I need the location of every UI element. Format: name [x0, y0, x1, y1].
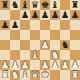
white-knight[interactable]: ♞ [51, 50, 60, 60]
square-d6[interactable] [30, 20, 40, 30]
black-pawn[interactable]: ♟ [41, 10, 50, 20]
white-pawn[interactable]: ♟ [11, 60, 20, 70]
white-rook[interactable]: ♜ [71, 70, 80, 80]
black-rook[interactable]: ♜ [71, 0, 80, 10]
black-rook[interactable]: ♜ [1, 0, 10, 10]
white-king[interactable]: ♚ [41, 70, 50, 80]
square-g4[interactable]: ♞ [60, 40, 70, 50]
square-d5[interactable] [30, 30, 40, 40]
black-pawn[interactable]: ♟ [71, 10, 80, 20]
black-knight[interactable]: ♞ [61, 40, 70, 50]
square-e5[interactable] [40, 30, 50, 40]
square-e8[interactable]: ♚ [40, 0, 50, 10]
black-pawn[interactable]: ♟ [61, 10, 70, 20]
square-b3[interactable] [10, 50, 20, 60]
white-bishop[interactable]: ♝ [21, 70, 30, 80]
square-b6[interactable]: ♟ [10, 20, 20, 30]
square-f3[interactable]: ♞ [50, 50, 60, 60]
square-d8[interactable]: ♛ [30, 0, 40, 10]
square-b8[interactable]: ♞ [10, 0, 20, 10]
square-f1[interactable] [50, 70, 60, 80]
square-c7[interactable]: ♟ [20, 10, 30, 20]
square-h8[interactable]: ♜ [70, 0, 80, 10]
black-bishop[interactable]: ♝ [51, 0, 60, 10]
square-c5[interactable] [20, 30, 30, 40]
square-g1[interactable] [60, 70, 70, 80]
square-b2[interactable]: ♟ [10, 60, 20, 70]
square-e7[interactable]: ♟ [40, 10, 50, 20]
square-g6[interactable] [60, 20, 70, 30]
square-f8[interactable]: ♝ [50, 0, 60, 10]
white-queen[interactable]: ♛ [31, 70, 40, 80]
white-pawn[interactable]: ♟ [1, 60, 10, 70]
black-pawn[interactable]: ♟ [31, 10, 40, 20]
square-c2[interactable]: ♟ [20, 60, 30, 70]
square-g5[interactable] [60, 30, 70, 40]
square-b1[interactable]: ♞ [10, 70, 20, 80]
black-queen[interactable]: ♛ [31, 0, 40, 10]
black-bishop[interactable]: ♝ [21, 0, 30, 10]
white-pawn[interactable]: ♟ [51, 60, 60, 70]
black-pawn[interactable]: ♟ [51, 10, 60, 20]
black-pawn[interactable]: ♟ [11, 20, 20, 30]
square-d2[interactable] [30, 60, 40, 70]
square-f6[interactable] [50, 20, 60, 30]
square-a2[interactable]: ♟ [0, 60, 10, 70]
square-h2[interactable]: ♟ [70, 60, 80, 70]
square-a4[interactable] [0, 40, 10, 50]
square-a7[interactable] [0, 10, 10, 20]
square-e4[interactable]: ♟ [40, 40, 50, 50]
square-f5[interactable] [50, 30, 60, 40]
square-f4[interactable] [50, 40, 60, 50]
chess-board: ♜♞♝♛♚♝♜♟♟♟♟♟♟♟♟♟♞♝♞♟♟♟♟♟♟♟♜♞♝♛♚♜ [0, 0, 80, 80]
black-knight[interactable]: ♞ [11, 0, 20, 10]
square-c6[interactable] [20, 20, 30, 30]
square-c8[interactable]: ♝ [20, 0, 30, 10]
square-c3[interactable] [20, 50, 30, 60]
square-d3[interactable]: ♝ [30, 50, 40, 60]
square-g3[interactable] [60, 50, 70, 60]
square-a3[interactable] [0, 50, 10, 60]
square-b4[interactable] [10, 40, 20, 50]
square-b5[interactable] [10, 30, 20, 40]
square-g7[interactable]: ♟ [60, 10, 70, 20]
black-king[interactable]: ♚ [41, 0, 50, 10]
square-e2[interactable]: ♟ [40, 60, 50, 70]
square-f7[interactable]: ♟ [50, 10, 60, 20]
white-pawn[interactable]: ♟ [21, 60, 30, 70]
square-a5[interactable] [0, 30, 10, 40]
square-b7[interactable] [10, 10, 20, 20]
square-h7[interactable]: ♟ [70, 10, 80, 20]
square-a8[interactable]: ♜ [0, 0, 10, 10]
square-h4[interactable] [70, 40, 80, 50]
white-rook[interactable]: ♜ [1, 70, 10, 80]
white-knight[interactable]: ♞ [11, 70, 20, 80]
square-f2[interactable]: ♟ [50, 60, 60, 70]
white-pawn[interactable]: ♟ [41, 60, 50, 70]
black-pawn[interactable]: ♟ [1, 20, 10, 30]
white-bishop[interactable]: ♝ [31, 50, 40, 60]
square-g8[interactable] [60, 0, 70, 10]
square-e6[interactable] [40, 20, 50, 30]
square-c4[interactable] [20, 40, 30, 50]
square-d4[interactable] [30, 40, 40, 50]
square-h5[interactable] [70, 30, 80, 40]
square-h3[interactable] [70, 50, 80, 60]
white-pawn[interactable]: ♟ [41, 40, 50, 50]
square-e1[interactable]: ♚ [40, 70, 50, 80]
square-c1[interactable]: ♝ [20, 70, 30, 80]
square-h6[interactable] [70, 20, 80, 30]
white-pawn[interactable]: ♟ [61, 60, 70, 70]
square-a6[interactable]: ♟ [0, 20, 10, 30]
square-d1[interactable]: ♛ [30, 70, 40, 80]
black-pawn[interactable]: ♟ [21, 10, 30, 20]
white-pawn[interactable]: ♟ [71, 60, 80, 70]
square-h1[interactable]: ♜ [70, 70, 80, 80]
square-d7[interactable]: ♟ [30, 10, 40, 20]
square-a1[interactable]: ♜ [0, 70, 10, 80]
square-e3[interactable] [40, 50, 50, 60]
square-g2[interactable]: ♟ [60, 60, 70, 70]
